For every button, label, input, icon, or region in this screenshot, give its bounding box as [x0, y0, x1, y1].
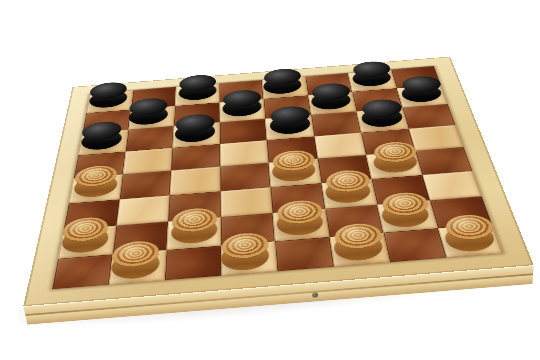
square-d8[interactable]: ⛀	[221, 241, 278, 276]
square-h8[interactable]: ⛀	[438, 224, 503, 258]
piece-white-man-a7[interactable]: ⛀	[60, 216, 109, 243]
board-rotation-wrapper: ⛂⛂⛂⛂⛂⛂⛂⛂⛂⛂⛂⛂⛀⛀⛀⛀⛀⛀⛀⛀⛀⛀⛀⛀	[0, 0, 540, 360]
black-man-glyph: ⛂	[88, 81, 128, 100]
white-man-glyph: ⛀	[333, 222, 384, 251]
white-man-glyph: ⛀	[222, 232, 270, 261]
black-man-glyph: ⛂	[80, 120, 122, 141]
piece-black-man-e3[interactable]: ⛂	[270, 105, 311, 126]
piece-white-man-f8[interactable]: ⛀	[333, 222, 384, 251]
piece-black-man-f2[interactable]: ⛂	[311, 82, 352, 102]
piece-black-man-h2[interactable]: ⛂	[400, 75, 443, 94]
square-b8[interactable]: ⛀	[108, 250, 166, 285]
black-man-glyph: ⛂	[351, 60, 392, 78]
piece-black-man-g1[interactable]: ⛂	[351, 60, 392, 78]
piece-white-man-d8[interactable]: ⛀	[222, 232, 270, 261]
white-man-glyph: ⛀	[380, 191, 431, 218]
piece-white-man-a5[interactable]: ⛀	[73, 164, 118, 188]
black-man-glyph: ⛂	[311, 82, 352, 102]
white-man-glyph: ⛀	[171, 207, 217, 234]
square-b3[interactable]	[125, 126, 173, 151]
square-f8[interactable]: ⛀	[329, 232, 390, 266]
square-g7[interactable]: ⛀	[377, 200, 437, 232]
piece-white-man-c7[interactable]: ⛀	[171, 207, 217, 234]
piece-black-man-d2[interactable]: ⛂	[223, 89, 262, 109]
board-frame: ⛂⛂⛂⛂⛂⛂⛂⛂⛂⛂⛂⛂⛀⛀⛀⛀⛀⛀⛀⛀⛀⛀⛀⛀	[23, 57, 533, 307]
white-man-glyph: ⛀	[60, 216, 109, 243]
piece-black-man-a3[interactable]: ⛂	[80, 120, 122, 141]
piece-white-man-g5[interactable]: ⛀	[372, 140, 419, 163]
black-man-glyph: ⛂	[129, 97, 169, 117]
square-c8[interactable]	[165, 245, 221, 280]
piece-black-man-c3[interactable]: ⛂	[175, 113, 215, 134]
piece-white-man-h8[interactable]: ⛀	[443, 213, 498, 241]
piece-black-man-a1[interactable]: ⛂	[88, 81, 128, 100]
piece-white-man-g7[interactable]: ⛀	[380, 191, 431, 218]
square-e8[interactable]	[275, 237, 334, 272]
piece-black-man-b2[interactable]: ⛂	[129, 97, 169, 117]
white-man-glyph: ⛀	[443, 213, 498, 241]
square-a8[interactable]	[52, 254, 112, 289]
checkers-board: ⛂⛂⛂⛂⛂⛂⛂⛂⛂⛂⛂⛂⛀⛀⛀⛀⛀⛀⛀⛀⛀⛀⛀⛀	[23, 57, 533, 307]
black-man-glyph: ⛂	[179, 74, 216, 93]
square-d6[interactable]	[220, 187, 273, 217]
piece-black-man-c1[interactable]: ⛂	[179, 74, 216, 93]
square-e7[interactable]: ⛀	[273, 209, 329, 241]
piece-black-man-e1[interactable]: ⛂	[263, 68, 302, 87]
board-grid: ⛂⛂⛂⛂⛂⛂⛂⛂⛂⛂⛂⛂⛀⛀⛀⛀⛀⛀⛀⛀⛀⛀⛀⛀	[52, 66, 502, 289]
white-man-glyph: ⛀	[276, 199, 324, 226]
white-man-glyph: ⛀	[272, 149, 316, 173]
black-man-glyph: ⛂	[270, 105, 311, 126]
piece-white-man-f6[interactable]: ⛀	[325, 169, 372, 194]
hinge-screw-icon	[312, 292, 318, 297]
black-man-glyph: ⛂	[400, 75, 443, 94]
black-man-glyph: ⛂	[223, 89, 262, 109]
white-man-glyph: ⛀	[372, 140, 419, 163]
black-man-glyph: ⛂	[360, 98, 404, 119]
piece-black-man-g3[interactable]: ⛂	[360, 98, 404, 119]
square-f6[interactable]: ⛀	[321, 179, 377, 209]
white-man-glyph: ⛀	[111, 240, 160, 269]
square-h6[interactable]	[422, 171, 482, 201]
white-man-glyph: ⛀	[325, 169, 372, 194]
square-c7[interactable]: ⛀	[167, 217, 221, 250]
piece-white-man-b8[interactable]: ⛀	[111, 240, 160, 269]
board-photo-scene: ⛂⛂⛂⛂⛂⛂⛂⛂⛂⛂⛂⛂⛀⛀⛀⛀⛀⛀⛀⛀⛀⛀⛀⛀	[0, 0, 540, 360]
piece-white-man-e7[interactable]: ⛀	[276, 199, 324, 226]
black-man-glyph: ⛂	[263, 68, 302, 87]
white-man-glyph: ⛀	[73, 164, 118, 188]
black-man-glyph: ⛂	[175, 113, 215, 134]
square-a7[interactable]: ⛀	[58, 226, 116, 259]
piece-white-man-e5[interactable]: ⛀	[272, 149, 316, 173]
